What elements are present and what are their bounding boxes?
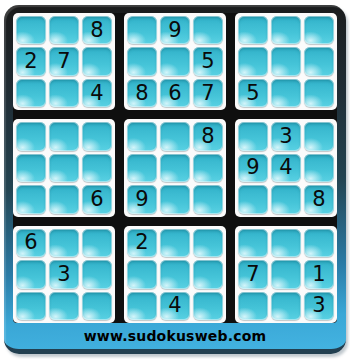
cell-r1c1[interactable] [16,16,46,44]
cell-r6c7[interactable] [238,185,268,213]
cell-r2c9[interactable] [304,47,334,75]
box-2: 95867 [124,13,226,110]
cell-r7c8[interactable] [271,229,301,257]
cell-r9c2[interactable] [49,292,79,320]
cell-r4c8: 3 [271,122,301,150]
cell-r4c6: 8 [193,122,223,150]
cell-r5c5[interactable] [160,154,190,182]
site-url: www.sudokusweb.com [84,328,267,344]
cell-r9c6[interactable] [193,292,223,320]
cell-r9c1[interactable] [16,292,46,320]
box-3: 5 [235,13,337,110]
cell-r2c5[interactable] [160,47,190,75]
cell-r3c4: 8 [127,79,157,107]
cell-r6c2[interactable] [49,185,79,213]
cell-r3c9[interactable] [304,79,334,107]
cell-r5c7: 9 [238,154,268,182]
cell-r9c8[interactable] [271,292,301,320]
cell-r9c4[interactable] [127,292,157,320]
cell-r5c3[interactable] [82,154,112,182]
cell-r1c7[interactable] [238,16,268,44]
cell-r8c5[interactable] [160,260,190,288]
cell-r6c3: 6 [82,185,112,213]
box-4: 6 [13,119,115,216]
sudoku-grid: 827495867568939486324713 [13,13,337,323]
cell-r9c5: 4 [160,292,190,320]
cell-r8c2: 3 [49,260,79,288]
cell-r4c3[interactable] [82,122,112,150]
box-7: 63 [13,226,115,323]
cell-r2c3[interactable] [82,47,112,75]
cell-r5c1[interactable] [16,154,46,182]
cell-r2c1: 2 [16,47,46,75]
cell-r8c3[interactable] [82,260,112,288]
cell-r1c5: 9 [160,16,190,44]
cell-r5c6[interactable] [193,154,223,182]
box-5: 89 [124,119,226,216]
cell-r7c5[interactable] [160,229,190,257]
box-9: 713 [235,226,337,323]
sudoku-board: 827495867568939486324713 www.sudokusweb.… [4,5,346,354]
cell-r1c8[interactable] [271,16,301,44]
cell-r9c7[interactable] [238,292,268,320]
cell-r6c1[interactable] [16,185,46,213]
cell-r8c9: 1 [304,260,334,288]
cell-r2c8[interactable] [271,47,301,75]
box-1: 8274 [13,13,115,110]
cell-r5c8: 4 [271,154,301,182]
cell-r6c8[interactable] [271,185,301,213]
cell-r5c4[interactable] [127,154,157,182]
cell-r4c7[interactable] [238,122,268,150]
cell-r5c2[interactable] [49,154,79,182]
cell-r1c9[interactable] [304,16,334,44]
cell-r6c9: 8 [304,185,334,213]
cell-r7c7[interactable] [238,229,268,257]
cell-r3c6: 7 [193,79,223,107]
cell-r8c1[interactable] [16,260,46,288]
cell-r6c5[interactable] [160,185,190,213]
cell-r2c4[interactable] [127,47,157,75]
cell-r6c6[interactable] [193,185,223,213]
cell-r1c6[interactable] [193,16,223,44]
cell-r4c9[interactable] [304,122,334,150]
cell-r3c5: 6 [160,79,190,107]
cell-r7c2[interactable] [49,229,79,257]
cell-r3c7: 5 [238,79,268,107]
cell-r4c1[interactable] [16,122,46,150]
cell-r2c7[interactable] [238,47,268,75]
cell-r6c4: 9 [127,185,157,213]
cell-r3c2[interactable] [49,79,79,107]
cell-r5c9[interactable] [304,154,334,182]
box-6: 3948 [235,119,337,216]
cell-r4c4[interactable] [127,122,157,150]
cell-r1c4[interactable] [127,16,157,44]
cell-r8c4[interactable] [127,260,157,288]
cell-r7c9[interactable] [304,229,334,257]
cell-r7c4: 2 [127,229,157,257]
footer-bar: www.sudokusweb.com [13,323,337,349]
cell-r2c6: 5 [193,47,223,75]
cell-r4c2[interactable] [49,122,79,150]
cell-r9c3[interactable] [82,292,112,320]
cell-r3c1[interactable] [16,79,46,107]
cell-r7c6[interactable] [193,229,223,257]
cell-r8c8[interactable] [271,260,301,288]
cell-r3c3: 4 [82,79,112,107]
cell-r7c1: 6 [16,229,46,257]
cell-r1c2[interactable] [49,16,79,44]
cell-r7c3[interactable] [82,229,112,257]
cell-r4c5[interactable] [160,122,190,150]
cell-r9c9: 3 [304,292,334,320]
cell-r8c6[interactable] [193,260,223,288]
box-8: 24 [124,226,226,323]
cell-r8c7: 7 [238,260,268,288]
cell-r1c3: 8 [82,16,112,44]
cell-r2c2: 7 [49,47,79,75]
cell-r3c8[interactable] [271,79,301,107]
